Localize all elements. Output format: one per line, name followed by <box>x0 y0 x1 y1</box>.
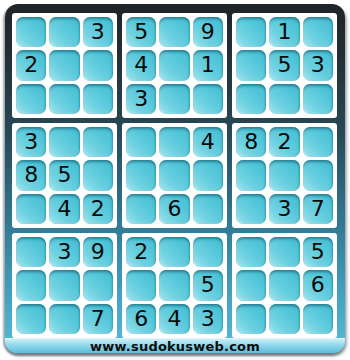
cell-r3c4[interactable]: 3 <box>126 84 156 114</box>
block-r2c2: 46 <box>122 123 227 228</box>
cell-r1c3[interactable]: 3 <box>83 17 113 47</box>
cell-r8c4[interactable] <box>126 270 156 300</box>
cell-r8c8[interactable] <box>269 270 299 300</box>
cell-r9c9[interactable] <box>303 304 333 334</box>
cell-r9c8[interactable] <box>269 304 299 334</box>
cell-r5c3[interactable] <box>83 160 113 190</box>
cell-r8c3[interactable] <box>83 270 113 300</box>
sudoku-board: 3259413153385424682373972564356 www.sudo… <box>5 4 345 353</box>
cell-r1c5[interactable] <box>159 17 189 47</box>
sudoku-grid: 3259413153385424682373972564356 <box>12 13 337 338</box>
block-r2c3: 8237 <box>232 123 337 228</box>
cell-r7c1[interactable] <box>16 237 46 267</box>
block-r3c1: 397 <box>12 233 117 338</box>
cell-r6c1[interactable] <box>16 194 46 224</box>
cell-r7c8[interactable] <box>269 237 299 267</box>
footer-bar: www.sudokusweb.com <box>5 338 345 353</box>
cell-r5c5[interactable] <box>159 160 189 190</box>
block-r3c3: 56 <box>232 233 337 338</box>
cell-r3c3[interactable] <box>83 84 113 114</box>
cell-r2c1[interactable]: 2 <box>16 50 46 80</box>
cell-r6c5[interactable]: 6 <box>159 194 189 224</box>
cell-r5c1[interactable]: 8 <box>16 160 46 190</box>
cell-r9c5[interactable]: 4 <box>159 304 189 334</box>
cell-r7c4[interactable]: 2 <box>126 237 156 267</box>
cell-r8c5[interactable] <box>159 270 189 300</box>
cell-r1c7[interactable] <box>236 17 266 47</box>
cell-r7c3[interactable]: 9 <box>83 237 113 267</box>
website-link[interactable]: www.sudokusweb.com <box>90 340 260 353</box>
cell-r1c6[interactable]: 9 <box>193 17 223 47</box>
cell-r9c3[interactable]: 7 <box>83 304 113 334</box>
cell-r6c2[interactable]: 4 <box>49 194 79 224</box>
cell-r4c2[interactable] <box>49 127 79 157</box>
cell-r3c5[interactable] <box>159 84 189 114</box>
cell-r8c1[interactable] <box>16 270 46 300</box>
cell-r5c7[interactable] <box>236 160 266 190</box>
cell-r4c5[interactable] <box>159 127 189 157</box>
cell-r6c3[interactable]: 2 <box>83 194 113 224</box>
cell-r8c6[interactable]: 5 <box>193 270 223 300</box>
cell-r6c9[interactable]: 7 <box>303 194 333 224</box>
block-r1c1: 32 <box>12 13 117 118</box>
cell-r3c1[interactable] <box>16 84 46 114</box>
cell-r2c4[interactable]: 4 <box>126 50 156 80</box>
cell-r4c8[interactable]: 2 <box>269 127 299 157</box>
cell-r4c1[interactable]: 3 <box>16 127 46 157</box>
cell-r7c7[interactable] <box>236 237 266 267</box>
sudoku-page: 3259413153385424682373972564356 www.sudo… <box>0 0 350 360</box>
cell-r9c4[interactable]: 6 <box>126 304 156 334</box>
cell-r6c7[interactable] <box>236 194 266 224</box>
cell-r3c9[interactable] <box>303 84 333 114</box>
cell-r1c9[interactable] <box>303 17 333 47</box>
cell-r2c7[interactable] <box>236 50 266 80</box>
cell-r7c9[interactable]: 5 <box>303 237 333 267</box>
cell-r3c6[interactable] <box>193 84 223 114</box>
cell-r4c4[interactable] <box>126 127 156 157</box>
cell-r5c8[interactable] <box>269 160 299 190</box>
cell-r6c6[interactable] <box>193 194 223 224</box>
cell-r1c1[interactable] <box>16 17 46 47</box>
cell-r2c6[interactable]: 1 <box>193 50 223 80</box>
cell-r6c4[interactable] <box>126 194 156 224</box>
cell-r1c8[interactable]: 1 <box>269 17 299 47</box>
cell-r2c9[interactable]: 3 <box>303 50 333 80</box>
cell-r3c2[interactable] <box>49 84 79 114</box>
cell-r9c2[interactable] <box>49 304 79 334</box>
cell-r2c8[interactable]: 5 <box>269 50 299 80</box>
block-r2c1: 38542 <box>12 123 117 228</box>
cell-r7c6[interactable] <box>193 237 223 267</box>
cell-r7c5[interactable] <box>159 237 189 267</box>
cell-r5c4[interactable] <box>126 160 156 190</box>
cell-r2c3[interactable] <box>83 50 113 80</box>
cell-r1c4[interactable]: 5 <box>126 17 156 47</box>
cell-r3c8[interactable] <box>269 84 299 114</box>
cell-r3c7[interactable] <box>236 84 266 114</box>
cell-r4c3[interactable] <box>83 127 113 157</box>
cell-r5c6[interactable] <box>193 160 223 190</box>
block-r1c2: 59413 <box>122 13 227 118</box>
cell-r8c2[interactable] <box>49 270 79 300</box>
cell-r2c2[interactable] <box>49 50 79 80</box>
cell-r8c7[interactable] <box>236 270 266 300</box>
cell-r8c9[interactable]: 6 <box>303 270 333 300</box>
cell-r9c6[interactable]: 3 <box>193 304 223 334</box>
cell-r5c9[interactable] <box>303 160 333 190</box>
cell-r4c6[interactable]: 4 <box>193 127 223 157</box>
cell-r1c2[interactable] <box>49 17 79 47</box>
cell-r5c2[interactable]: 5 <box>49 160 79 190</box>
cell-r4c9[interactable] <box>303 127 333 157</box>
block-r1c3: 153 <box>232 13 337 118</box>
cell-r4c7[interactable]: 8 <box>236 127 266 157</box>
cell-r6c8[interactable]: 3 <box>269 194 299 224</box>
cell-r2c5[interactable] <box>159 50 189 80</box>
cell-r9c1[interactable] <box>16 304 46 334</box>
cell-r7c2[interactable]: 3 <box>49 237 79 267</box>
block-r3c2: 25643 <box>122 233 227 338</box>
cell-r9c7[interactable] <box>236 304 266 334</box>
